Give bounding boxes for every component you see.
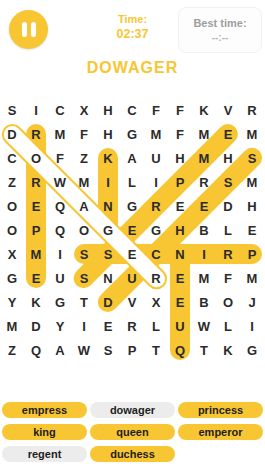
- grid-cell-r7c11[interactable]: P: [240, 242, 264, 266]
- grid-cell-r4c9[interactable]: R: [192, 170, 216, 194]
- grid-cell-r4c3[interactable]: W: [48, 170, 72, 194]
- grid-cell-r7c2[interactable]: M: [24, 242, 48, 266]
- word-list: empressdowagerprincesskingqueenemperorre…: [0, 402, 265, 462]
- grid-cell-r3c1[interactable]: C: [0, 146, 24, 170]
- grid-cell-r11c9[interactable]: T: [192, 338, 216, 362]
- grid-cell-r6c10[interactable]: L: [216, 218, 240, 242]
- word-pill-emperor: emperor: [178, 424, 263, 440]
- grid-cell-r9c5[interactable]: D: [96, 290, 120, 314]
- current-word-title: DOWAGER: [0, 56, 265, 80]
- grid-cell-r9c2[interactable]: K: [24, 290, 48, 314]
- timer: Time: 02:37: [117, 12, 149, 43]
- grid-cell-r4c6[interactable]: L: [120, 170, 144, 194]
- grid-cell-r6c5[interactable]: G: [96, 218, 120, 242]
- grid-cell-r5c1[interactable]: O: [0, 194, 24, 218]
- grid-cell-r6c11[interactable]: E: [240, 218, 264, 242]
- grid-cell-r9c1[interactable]: Y: [0, 290, 24, 314]
- grid-cell-r3c3[interactable]: F: [48, 146, 72, 170]
- grid-cell-r2c8[interactable]: F: [168, 122, 192, 146]
- grid-cell-r5c2[interactable]: E: [24, 194, 48, 218]
- best-time-card: Best time: --:--: [178, 7, 262, 53]
- grid-cell-r3c4[interactable]: Z: [72, 146, 96, 170]
- grid-cell-r4c1[interactable]: Z: [0, 170, 24, 194]
- grid-cell-r9c8[interactable]: E: [168, 290, 192, 314]
- timer-value: 02:37: [117, 26, 149, 42]
- word-pill-regent: regent: [2, 446, 87, 462]
- grid-cell-r2c5[interactable]: H: [96, 122, 120, 146]
- word-pill-king: king: [2, 424, 87, 440]
- grid-cell-r9c4[interactable]: T: [72, 290, 96, 314]
- grid-cell-r3c5[interactable]: K: [96, 146, 120, 170]
- word-search-board: SICXHCFFKVRDRMFHGMFMEMCOFZKAUHMHSZRWMILI…: [0, 98, 264, 362]
- grid-cell-r8c10[interactable]: F: [216, 266, 240, 290]
- grid-cell-r3c11[interactable]: S: [240, 146, 264, 170]
- grid-cell-r8c11[interactable]: M: [240, 266, 264, 290]
- pause-button[interactable]: [9, 10, 48, 49]
- best-time-value: --:--: [212, 31, 229, 45]
- grid-cell-r10c9[interactable]: W: [192, 314, 216, 338]
- grid-cell-r10c7[interactable]: L: [144, 314, 168, 338]
- timer-label: Time:: [117, 12, 149, 26]
- grid-cell-r4c8[interactable]: P: [168, 170, 192, 194]
- grid-cell-r1c11[interactable]: R: [240, 98, 264, 122]
- grid-cell-r2c3[interactable]: M: [48, 122, 72, 146]
- grid-cell-r1c2[interactable]: I: [24, 98, 48, 122]
- grid-cell-r1c5[interactable]: H: [96, 98, 120, 122]
- grid-cell-r1c6[interactable]: C: [120, 98, 144, 122]
- grid-cell-r2c2[interactable]: R: [24, 122, 48, 146]
- grid-cell-r4c5[interactable]: I: [96, 170, 120, 194]
- grid-cell-r4c10[interactable]: S: [216, 170, 240, 194]
- grid-cell-r1c8[interactable]: F: [168, 98, 192, 122]
- grid-cell-r3c8[interactable]: H: [168, 146, 192, 170]
- grid-cell-r2c10[interactable]: E: [216, 122, 240, 146]
- grid-cell-r10c5[interactable]: E: [96, 314, 120, 338]
- grid-cell-r10c3[interactable]: Y: [48, 314, 72, 338]
- grid-cell-r2c7[interactable]: M: [144, 122, 168, 146]
- grid-cell-r10c10[interactable]: L: [216, 314, 240, 338]
- grid-cell-r3c9[interactable]: M: [192, 146, 216, 170]
- grid-cell-r6c4[interactable]: O: [72, 218, 96, 242]
- letter-grid: SICXHCFFKVRDRMFHGMFMEMCOFZKAUHMHSZRWMILI…: [0, 98, 264, 362]
- grid-cell-r9c9[interactable]: B: [192, 290, 216, 314]
- word-pill-queen: queen: [90, 424, 175, 440]
- grid-cell-r1c7[interactable]: F: [144, 98, 168, 122]
- word-pill-princess: princess: [178, 402, 263, 418]
- grid-cell-r10c1[interactable]: M: [0, 314, 24, 338]
- grid-cell-r2c6[interactable]: G: [120, 122, 144, 146]
- grid-cell-r7c8[interactable]: N: [168, 242, 192, 266]
- grid-cell-r8c7[interactable]: R: [144, 266, 168, 290]
- grid-cell-r5c6[interactable]: G: [120, 194, 144, 218]
- grid-cell-r4c11[interactable]: M: [240, 170, 264, 194]
- grid-cell-r3c10[interactable]: H: [216, 146, 240, 170]
- grid-cell-r11c7[interactable]: T: [144, 338, 168, 362]
- grid-cell-r11c1[interactable]: Z: [0, 338, 24, 362]
- pause-icon: [31, 22, 36, 37]
- grid-cell-r5c10[interactable]: D: [216, 194, 240, 218]
- grid-cell-r3c7[interactable]: U: [144, 146, 168, 170]
- grid-cell-r1c4[interactable]: X: [72, 98, 96, 122]
- grid-cell-r7c10[interactable]: R: [216, 242, 240, 266]
- grid-cell-r6c9[interactable]: B: [192, 218, 216, 242]
- grid-cell-r5c7[interactable]: R: [144, 194, 168, 218]
- grid-cell-r5c3[interactable]: Q: [48, 194, 72, 218]
- grid-cell-r1c3[interactable]: C: [48, 98, 72, 122]
- grid-cell-r4c7[interactable]: I: [144, 170, 168, 194]
- grid-cell-r7c1[interactable]: X: [0, 242, 24, 266]
- grid-cell-r2c1[interactable]: D: [0, 122, 24, 146]
- grid-cell-r8c5[interactable]: N: [96, 266, 120, 290]
- grid-cell-r11c6[interactable]: P: [120, 338, 144, 362]
- pause-icon: [22, 22, 27, 37]
- grid-cell-r5c4[interactable]: A: [72, 194, 96, 218]
- grid-cell-r5c5[interactable]: N: [96, 194, 120, 218]
- grid-cell-r8c2[interactable]: E: [24, 266, 48, 290]
- grid-cell-r10c4[interactable]: I: [72, 314, 96, 338]
- grid-cell-r7c6[interactable]: E: [120, 242, 144, 266]
- grid-cell-r8c1[interactable]: G: [0, 266, 24, 290]
- grid-cell-r6c3[interactable]: Q: [48, 218, 72, 242]
- grid-cell-r6c7[interactable]: G: [144, 218, 168, 242]
- grid-cell-r9c11[interactable]: J: [240, 290, 264, 314]
- grid-cell-r6c1[interactable]: O: [0, 218, 24, 242]
- grid-cell-r7c9[interactable]: I: [192, 242, 216, 266]
- grid-cell-r6c6[interactable]: E: [120, 218, 144, 242]
- grid-cell-r11c2[interactable]: Q: [24, 338, 48, 362]
- grid-cell-r11c11[interactable]: G: [240, 338, 264, 362]
- grid-cell-r3c6[interactable]: A: [120, 146, 144, 170]
- word-pill-dowager: dowager: [90, 402, 175, 418]
- grid-cell-r8c8[interactable]: E: [168, 266, 192, 290]
- grid-cell-r10c2[interactable]: D: [24, 314, 48, 338]
- grid-cell-r5c8[interactable]: E: [168, 194, 192, 218]
- grid-cell-r2c4[interactable]: F: [72, 122, 96, 146]
- grid-cell-r11c4[interactable]: W: [72, 338, 96, 362]
- grid-cell-r4c4[interactable]: M: [72, 170, 96, 194]
- top-bar: Time: 02:37 Best time: --:--: [0, 0, 265, 56]
- grid-cell-r11c10[interactable]: K: [216, 338, 240, 362]
- grid-cell-r8c9[interactable]: M: [192, 266, 216, 290]
- grid-cell-r8c3[interactable]: U: [48, 266, 72, 290]
- grid-cell-r9c10[interactable]: O: [216, 290, 240, 314]
- grid-cell-r8c4[interactable]: S: [72, 266, 96, 290]
- grid-cell-r10c11[interactable]: I: [240, 314, 264, 338]
- grid-cell-r10c8[interactable]: U: [168, 314, 192, 338]
- grid-cell-r2c9[interactable]: M: [192, 122, 216, 146]
- grid-cell-r6c2[interactable]: P: [24, 218, 48, 242]
- grid-cell-r5c9[interactable]: E: [192, 194, 216, 218]
- grid-cell-r7c5[interactable]: S: [96, 242, 120, 266]
- grid-cell-r2c11[interactable]: M: [240, 122, 264, 146]
- grid-cell-r7c3[interactable]: I: [48, 242, 72, 266]
- grid-cell-r10c6[interactable]: R: [120, 314, 144, 338]
- grid-cell-r1c10[interactable]: V: [216, 98, 240, 122]
- grid-cell-r9c3[interactable]: G: [48, 290, 72, 314]
- grid-cell-r9c6[interactable]: V: [120, 290, 144, 314]
- grid-cell-r8c6[interactable]: U: [120, 266, 144, 290]
- best-time-label: Best time:: [193, 16, 246, 31]
- grid-cell-r7c4[interactable]: S: [72, 242, 96, 266]
- grid-cell-r11c8[interactable]: Q: [168, 338, 192, 362]
- grid-cell-r7c7[interactable]: C: [144, 242, 168, 266]
- word-pill-empress: empress: [2, 402, 87, 418]
- grid-cell-r4c2[interactable]: R: [24, 170, 48, 194]
- grid-cell-r6c8[interactable]: H: [168, 218, 192, 242]
- grid-cell-r9c7[interactable]: X: [144, 290, 168, 314]
- grid-cell-r11c5[interactable]: S: [96, 338, 120, 362]
- grid-cell-r5c11[interactable]: H: [240, 194, 264, 218]
- grid-cell-r1c1[interactable]: S: [0, 98, 24, 122]
- word-pill-duchess: duchess: [90, 446, 175, 462]
- grid-cell-r1c9[interactable]: K: [192, 98, 216, 122]
- grid-cell-r11c3[interactable]: A: [48, 338, 72, 362]
- grid-cell-r3c2[interactable]: O: [24, 146, 48, 170]
